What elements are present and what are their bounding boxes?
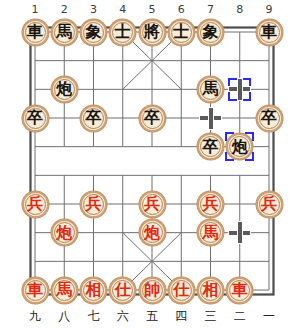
piece-red-soldier[interactable]: 兵 [80, 191, 107, 218]
piece-red-advisor[interactable]: 仕 [109, 277, 136, 304]
piece-glyph: 車 [27, 282, 43, 298]
piece-glyph: 相 [203, 282, 219, 298]
piece-red-elephant[interactable]: 相 [197, 277, 224, 304]
piece-red-soldier[interactable]: 兵 [197, 191, 224, 218]
bracket-corner-tr [245, 132, 254, 141]
piece-red-cannon[interactable]: 炮 [139, 219, 166, 246]
piece-glyph: 象 [86, 24, 102, 40]
move-origin-cross-marker[interactable] [200, 108, 221, 129]
piece-glyph: 卒 [261, 110, 277, 126]
cross-bar-vertical [238, 222, 242, 243]
piece-glyph: 卒 [203, 139, 219, 155]
piece-glyph: 車 [261, 24, 277, 40]
piece-red-cannon[interactable]: 炮 [51, 219, 78, 246]
piece-black-advisor[interactable]: 士 [109, 19, 136, 46]
piece-glyph: 馬 [203, 81, 219, 97]
piece-black-horse[interactable]: 馬 [51, 19, 78, 46]
piece-glyph: 馬 [56, 282, 72, 298]
last-move-destination-bracket-marker[interactable] [225, 132, 254, 161]
piece-red-soldier[interactable]: 兵 [256, 191, 283, 218]
piece-black-elephant[interactable]: 象 [197, 19, 224, 46]
last-move-origin-cross-marker[interactable] [229, 79, 250, 100]
file-label-bottom-1: 九 [29, 310, 41, 322]
piece-red-general[interactable]: 帥 [139, 277, 166, 304]
piece-glyph: 卒 [27, 110, 43, 126]
piece-glyph: 兵 [144, 196, 160, 212]
piece-glyph: 兵 [203, 196, 219, 212]
xiangqi-board: 123456789 九八七六五四三二一 車馬象士將士象車炮馬卒卒卒卒卒炮兵兵兵兵… [0, 0, 300, 328]
file-label-top-5: 5 [149, 4, 156, 15]
piece-black-horse[interactable]: 馬 [197, 76, 224, 103]
piece-glyph: 卒 [144, 110, 160, 126]
piece-glyph: 炮 [144, 225, 160, 241]
piece-black-soldier[interactable]: 卒 [256, 105, 283, 132]
file-label-top-4: 4 [119, 4, 126, 15]
piece-black-chariot[interactable]: 車 [22, 19, 49, 46]
cross-bar-vertical [209, 108, 213, 129]
file-label-bottom-5: 五 [146, 310, 158, 322]
piece-glyph: 炮 [56, 225, 72, 241]
piece-glyph: 馬 [203, 225, 219, 241]
piece-glyph: 將 [144, 24, 160, 40]
piece-red-chariot[interactable]: 車 [226, 277, 253, 304]
piece-black-soldier[interactable]: 卒 [197, 133, 224, 160]
piece-black-elephant[interactable]: 象 [80, 19, 107, 46]
piece-glyph: 帥 [144, 282, 160, 298]
file-label-bottom-2: 八 [58, 310, 70, 322]
piece-red-soldier[interactable]: 兵 [22, 191, 49, 218]
file-label-top-6: 6 [178, 4, 185, 15]
piece-glyph: 士 [173, 24, 189, 40]
file-label-bottom-6: 四 [175, 310, 187, 322]
piece-glyph: 車 [27, 24, 43, 40]
piece-red-chariot[interactable]: 車 [22, 277, 49, 304]
file-label-bottom-3: 七 [88, 310, 100, 322]
file-label-top-1: 1 [32, 4, 39, 15]
piece-glyph: 馬 [56, 24, 72, 40]
file-label-top-3: 3 [90, 4, 97, 15]
piece-glyph: 象 [203, 24, 219, 40]
bracket-corner-bl [225, 152, 234, 161]
file-label-top-7: 7 [207, 4, 214, 15]
piece-glyph: 士 [115, 24, 131, 40]
piece-red-elephant[interactable]: 相 [80, 277, 107, 304]
piece-black-general[interactable]: 將 [139, 19, 166, 46]
cross-bar-vertical [238, 79, 242, 100]
file-label-top-8: 8 [236, 4, 243, 15]
file-label-bottom-8: 二 [234, 310, 246, 322]
piece-glyph: 卒 [86, 110, 102, 126]
piece-black-soldier[interactable]: 卒 [80, 105, 107, 132]
piece-glyph: 兵 [27, 196, 43, 212]
piece-glyph: 相 [86, 282, 102, 298]
piece-glyph: 兵 [86, 196, 102, 212]
bracket-corner-br [245, 152, 254, 161]
move-origin-cross-marker[interactable] [229, 222, 250, 243]
piece-glyph: 車 [232, 282, 248, 298]
piece-glyph: 炮 [56, 81, 72, 97]
piece-black-soldier[interactable]: 卒 [139, 105, 166, 132]
piece-black-soldier[interactable]: 卒 [22, 105, 49, 132]
piece-red-soldier[interactable]: 兵 [139, 191, 166, 218]
piece-glyph: 仕 [115, 282, 131, 298]
file-label-top-2: 2 [61, 4, 68, 15]
piece-black-advisor[interactable]: 士 [168, 19, 195, 46]
piece-black-chariot[interactable]: 車 [256, 19, 283, 46]
file-label-top-9: 9 [266, 4, 273, 15]
file-label-bottom-4: 六 [117, 310, 129, 322]
piece-red-advisor[interactable]: 仕 [168, 277, 195, 304]
file-label-bottom-7: 三 [205, 310, 217, 322]
file-label-bottom-9: 一 [263, 310, 275, 322]
bracket-corner-tl [225, 132, 234, 141]
piece-red-horse[interactable]: 馬 [197, 219, 224, 246]
piece-glyph: 兵 [261, 196, 277, 212]
piece-red-horse[interactable]: 馬 [51, 277, 78, 304]
piece-glyph: 仕 [173, 282, 189, 298]
piece-black-cannon[interactable]: 炮 [51, 76, 78, 103]
